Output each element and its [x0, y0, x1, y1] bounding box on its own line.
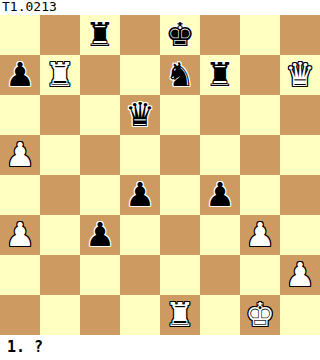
square-c2[interactable] [80, 255, 120, 295]
square-g6[interactable] [240, 95, 280, 135]
piece-black-knight[interactable]: ♞ [165, 55, 195, 95]
square-a6[interactable] [0, 95, 40, 135]
piece-black-pawn[interactable]: ♟ [125, 175, 155, 215]
piece-black-pawn[interactable]: ♟ [85, 215, 115, 255]
square-f5[interactable] [200, 135, 240, 175]
square-b1[interactable] [40, 295, 80, 335]
square-d3[interactable] [120, 215, 160, 255]
square-a8[interactable] [0, 15, 40, 55]
square-e7[interactable]: ♞ [160, 55, 200, 95]
square-a7[interactable]: ♟ [0, 55, 40, 95]
square-g2[interactable] [240, 255, 280, 295]
square-g7[interactable] [240, 55, 280, 95]
square-c4[interactable] [80, 175, 120, 215]
piece-black-queen[interactable]: ♛ [125, 95, 155, 135]
square-f7[interactable]: ♜ [200, 55, 240, 95]
move-prompt: 1. ? [0, 335, 320, 360]
square-g4[interactable] [240, 175, 280, 215]
chess-puzzle-page: T1.0213 ♜♚♟♜♞♜♛♛♟♟♟♟♟♟♟♜♚ 1. ? [0, 0, 320, 360]
square-e4[interactable] [160, 175, 200, 215]
square-e2[interactable] [160, 255, 200, 295]
square-e3[interactable] [160, 215, 200, 255]
square-h7[interactable]: ♛ [280, 55, 320, 95]
square-g3[interactable]: ♟ [240, 215, 280, 255]
square-h6[interactable] [280, 95, 320, 135]
piece-white-queen[interactable]: ♛ [285, 55, 315, 95]
square-g8[interactable] [240, 15, 280, 55]
square-f8[interactable] [200, 15, 240, 55]
piece-black-king[interactable]: ♚ [165, 15, 195, 55]
piece-white-pawn[interactable]: ♟ [245, 215, 275, 255]
square-d6[interactable]: ♛ [120, 95, 160, 135]
square-a5[interactable]: ♟ [0, 135, 40, 175]
square-c7[interactable] [80, 55, 120, 95]
square-e5[interactable] [160, 135, 200, 175]
piece-black-rook[interactable]: ♜ [85, 15, 115, 55]
piece-black-pawn[interactable]: ♟ [5, 55, 35, 95]
square-b3[interactable] [40, 215, 80, 255]
square-b2[interactable] [40, 255, 80, 295]
square-f1[interactable] [200, 295, 240, 335]
square-d5[interactable] [120, 135, 160, 175]
square-f2[interactable] [200, 255, 240, 295]
square-c3[interactable]: ♟ [80, 215, 120, 255]
square-d4[interactable]: ♟ [120, 175, 160, 215]
piece-white-pawn[interactable]: ♟ [5, 215, 35, 255]
square-d2[interactable] [120, 255, 160, 295]
square-h3[interactable] [280, 215, 320, 255]
square-d8[interactable] [120, 15, 160, 55]
square-c6[interactable] [80, 95, 120, 135]
square-a3[interactable]: ♟ [0, 215, 40, 255]
square-e1[interactable]: ♜ [160, 295, 200, 335]
puzzle-id: T1.0213 [0, 0, 320, 15]
square-h8[interactable] [280, 15, 320, 55]
square-f4[interactable]: ♟ [200, 175, 240, 215]
square-g1[interactable]: ♚ [240, 295, 280, 335]
piece-white-pawn[interactable]: ♟ [285, 255, 315, 295]
square-b6[interactable] [40, 95, 80, 135]
square-a1[interactable] [0, 295, 40, 335]
square-f6[interactable] [200, 95, 240, 135]
square-a4[interactable] [0, 175, 40, 215]
square-c5[interactable] [80, 135, 120, 175]
square-c1[interactable] [80, 295, 120, 335]
square-c8[interactable]: ♜ [80, 15, 120, 55]
square-h5[interactable] [280, 135, 320, 175]
piece-white-king[interactable]: ♚ [245, 295, 275, 335]
square-e8[interactable]: ♚ [160, 15, 200, 55]
piece-black-pawn[interactable]: ♟ [205, 175, 235, 215]
square-a2[interactable] [0, 255, 40, 295]
square-g5[interactable] [240, 135, 280, 175]
piece-black-rook[interactable]: ♜ [205, 55, 235, 95]
square-b4[interactable] [40, 175, 80, 215]
piece-white-pawn[interactable]: ♟ [5, 135, 35, 175]
square-h2[interactable]: ♟ [280, 255, 320, 295]
square-e6[interactable] [160, 95, 200, 135]
square-d7[interactable] [120, 55, 160, 95]
piece-white-rook[interactable]: ♜ [45, 55, 75, 95]
square-h4[interactable] [280, 175, 320, 215]
square-b7[interactable]: ♜ [40, 55, 80, 95]
square-b5[interactable] [40, 135, 80, 175]
square-h1[interactable] [280, 295, 320, 335]
square-b8[interactable] [40, 15, 80, 55]
chess-board: ♜♚♟♜♞♜♛♛♟♟♟♟♟♟♟♜♚ [0, 15, 320, 335]
piece-white-rook[interactable]: ♜ [165, 295, 195, 335]
square-f3[interactable] [200, 215, 240, 255]
square-d1[interactable] [120, 295, 160, 335]
